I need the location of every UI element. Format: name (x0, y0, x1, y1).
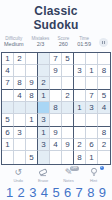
numpad-9[interactable]: 9 (99, 185, 106, 200)
stat-time: Time 01:59 (77, 36, 91, 49)
cell-r4c4[interactable]: 1 (38, 90, 50, 102)
cell-r7c2[interactable]: 3 (14, 127, 26, 139)
cell-r1c6[interactable]: 5 (62, 53, 74, 65)
cell-r8c5[interactable]: 4 (50, 139, 62, 151)
difficulty-value: Medium (4, 41, 24, 48)
cell-r8c9[interactable]: 2 (98, 139, 110, 151)
cell-r7c6[interactable] (62, 127, 74, 139)
notes-label: Notes (63, 178, 73, 183)
stat-mistakes: Mistakes 2/3 (32, 36, 50, 49)
cell-r7c1[interactable]: 6 (2, 127, 14, 139)
numpad-2[interactable]: 2 (18, 185, 25, 200)
cell-r6c9[interactable] (98, 114, 110, 126)
cell-r8c3[interactable] (26, 139, 38, 151)
cell-r3c3[interactable]: 9 (26, 77, 38, 89)
cell-r5c1[interactable] (2, 102, 14, 114)
undo-icon: ↺ (14, 168, 22, 177)
numpad-7[interactable]: 7 (76, 185, 83, 200)
cell-r7c7[interactable] (74, 127, 86, 139)
cell-r3c8[interactable] (86, 77, 98, 89)
cell-r6c4[interactable]: 3 (38, 114, 50, 126)
cell-r4c6[interactable]: 2 (62, 90, 74, 102)
cell-r5c9[interactable]: 4 (98, 102, 110, 114)
cell-r1c8[interactable] (86, 53, 98, 65)
score-value: 260 (59, 41, 68, 48)
cell-r6c6[interactable] (62, 114, 74, 126)
cell-r2c7[interactable]: 3 (74, 65, 86, 77)
number-pad: 123456789 (0, 185, 112, 200)
cell-r9c9[interactable] (98, 151, 110, 163)
cell-r7c4[interactable]: 1 (38, 127, 50, 139)
cell-r5c3[interactable] (26, 102, 38, 114)
cell-r1c3[interactable] (26, 53, 38, 65)
cell-r3c2[interactable]: 8 (14, 77, 26, 89)
cell-r4c2[interactable]: 4 (14, 90, 26, 102)
cell-r4c8[interactable]: 7 (86, 90, 98, 102)
numpad-3[interactable]: 3 (29, 185, 36, 200)
cell-r5c4[interactable] (38, 102, 50, 114)
numpad-6[interactable]: 6 (64, 185, 71, 200)
cell-r5c7[interactable]: 1 (74, 102, 86, 114)
cell-r6c2[interactable] (14, 114, 26, 126)
eraser-icon (38, 168, 48, 177)
cell-r8c4[interactable]: 3 (38, 139, 50, 151)
cell-r8c2[interactable] (14, 139, 26, 151)
cell-r9c8[interactable]: 1 (86, 151, 98, 163)
pause-icon (102, 41, 105, 44)
hint-button[interactable]: 1 Hint (89, 168, 99, 183)
stat-difficulty: Difficulty Medium (4, 36, 24, 49)
stat-score: Score 260 (57, 36, 69, 49)
cell-r2c6[interactable] (62, 65, 74, 77)
cell-r9c1[interactable] (2, 151, 14, 163)
cell-r4c1[interactable] (2, 90, 14, 102)
cell-r1c9[interactable] (98, 53, 110, 65)
erase-label: Erase (38, 178, 48, 183)
cell-r3c4[interactable]: 2 (38, 77, 50, 89)
notes-off-badge: OFF (70, 166, 79, 171)
undo-button[interactable]: ↺ Undo (13, 168, 23, 183)
toolbar: ↺ Undo Erase ✎ OFF Notes 1 Hint (0, 168, 112, 183)
cell-r2c9[interactable]: 8 (98, 65, 110, 77)
cell-r2c4[interactable] (38, 65, 50, 77)
cell-r2c1[interactable]: 4 (2, 65, 14, 77)
cell-r1c5[interactable]: 7 (50, 53, 62, 65)
page-title: Classic Sudoku (24, 5, 88, 33)
cell-r2c2[interactable] (14, 65, 26, 77)
numpad-4[interactable]: 4 (41, 185, 48, 200)
time-value: 01:59 (77, 41, 91, 48)
cell-r9c6[interactable] (62, 151, 74, 163)
cell-r1c2[interactable]: 2 (14, 53, 26, 65)
cell-r5c6[interactable] (62, 102, 74, 114)
numpad-1[interactable]: 1 (6, 185, 13, 200)
cell-r9c7[interactable]: 8 (74, 151, 86, 163)
cell-r7c8[interactable] (86, 127, 98, 139)
cell-r3c6[interactable] (62, 77, 74, 89)
sudoku-board: 1275493187892481275813451363198134926258… (1, 52, 111, 165)
lightbulb-icon (89, 168, 99, 177)
cell-r3c9[interactable] (98, 77, 110, 89)
cell-r4c5[interactable] (50, 90, 62, 102)
cell-r8c6[interactable]: 9 (62, 139, 74, 151)
cell-r1c1[interactable]: 1 (2, 53, 14, 65)
cell-r2c3[interactable] (26, 65, 38, 77)
cell-r7c9[interactable]: 8 (98, 127, 110, 139)
cell-r7c3[interactable] (26, 127, 38, 139)
cell-r5c2[interactable] (14, 102, 26, 114)
undo-label: Undo (13, 178, 23, 183)
hint-label: Hint (90, 178, 97, 183)
cell-r6c7[interactable] (74, 114, 86, 126)
numpad-5[interactable]: 5 (52, 185, 59, 200)
cell-r6c1[interactable]: 5 (2, 114, 14, 126)
cell-r3c5[interactable] (50, 77, 62, 89)
cell-r3c7[interactable] (74, 77, 86, 89)
notes-button[interactable]: ✎ OFF Notes (63, 168, 73, 183)
cell-r4c9[interactable]: 5 (98, 90, 110, 102)
pause-button[interactable] (99, 38, 108, 47)
cell-r7c5[interactable]: 9 (50, 127, 62, 139)
stats-bar: Difficulty Medium Mistakes 2/3 Score 260… (0, 36, 112, 49)
mistakes-value: 2/3 (37, 41, 45, 48)
cell-r4c3[interactable]: 8 (26, 90, 38, 102)
cell-r5c5[interactable]: 8 (50, 102, 62, 114)
cell-r4c7[interactable] (74, 90, 86, 102)
cell-r3c1[interactable]: 7 (2, 77, 14, 89)
cell-r8c1[interactable]: 1 (2, 139, 14, 151)
cell-r6c8[interactable] (86, 114, 98, 126)
cell-r1c4[interactable] (38, 53, 50, 65)
cell-r1c7[interactable] (74, 53, 86, 65)
cell-r8c7[interactable]: 2 (74, 139, 86, 151)
cell-r6c5[interactable] (50, 114, 62, 126)
hint-count-badge: 1 (100, 166, 104, 170)
cell-r6c3[interactable]: 1 (26, 114, 38, 126)
cell-r5c8[interactable]: 3 (86, 102, 98, 114)
numpad-8[interactable]: 8 (87, 185, 94, 200)
cell-r9c4[interactable] (38, 151, 50, 163)
erase-button[interactable]: Erase (38, 168, 48, 183)
cell-r9c3[interactable]: 5 (26, 151, 38, 163)
cell-r9c5[interactable] (50, 151, 62, 163)
cell-r2c5[interactable]: 9 (50, 65, 62, 77)
cell-r9c2[interactable] (14, 151, 26, 163)
cell-r8c8[interactable]: 6 (86, 139, 98, 151)
cell-r2c8[interactable]: 1 (86, 65, 98, 77)
